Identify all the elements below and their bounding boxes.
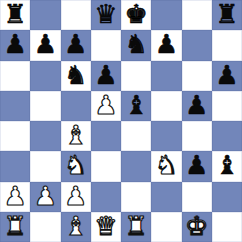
square-c5[interactable] xyxy=(61,91,91,121)
square-e5[interactable]: ♝ xyxy=(121,91,151,121)
square-c6[interactable]: ♞ xyxy=(61,61,91,91)
piece-black-pawn[interactable]: ♟ xyxy=(215,62,238,88)
piece-white-bishop[interactable]: ♝ xyxy=(64,213,87,239)
square-h3[interactable]: ♝ xyxy=(212,151,242,181)
piece-black-pawn[interactable]: ♟ xyxy=(3,31,26,57)
square-a1[interactable]: ♜ xyxy=(0,212,30,242)
square-a4[interactable] xyxy=(0,121,30,151)
square-e7[interactable]: ♞ xyxy=(121,30,151,60)
square-f3[interactable]: ♞ xyxy=(151,151,181,181)
square-f1[interactable] xyxy=(151,212,181,242)
square-b4[interactable] xyxy=(30,121,60,151)
square-e6[interactable] xyxy=(121,61,151,91)
square-c4[interactable]: ♝ xyxy=(61,121,91,151)
square-a8[interactable]: ♜ xyxy=(0,0,30,30)
square-e1[interactable]: ♜ xyxy=(121,212,151,242)
square-h4[interactable] xyxy=(212,121,242,151)
piece-black-knight[interactable]: ♞ xyxy=(124,31,147,57)
piece-white-bishop[interactable]: ♝ xyxy=(64,122,87,148)
square-h5[interactable] xyxy=(212,91,242,121)
piece-white-queen[interactable]: ♛ xyxy=(94,213,117,239)
square-d8[interactable]: ♛ xyxy=(91,0,121,30)
square-b1[interactable] xyxy=(30,212,60,242)
square-d6[interactable]: ♟ xyxy=(91,61,121,91)
piece-white-pawn[interactable]: ♟ xyxy=(3,183,26,209)
square-c7[interactable]: ♟ xyxy=(61,30,91,60)
square-e3[interactable] xyxy=(121,151,151,181)
square-d2[interactable] xyxy=(91,182,121,212)
square-b7[interactable]: ♟ xyxy=(30,30,60,60)
square-f4[interactable] xyxy=(151,121,181,151)
square-a2[interactable]: ♟ xyxy=(0,182,30,212)
piece-black-bishop[interactable]: ♝ xyxy=(215,152,238,178)
square-b2[interactable]: ♟ xyxy=(30,182,60,212)
square-c8[interactable] xyxy=(61,0,91,30)
piece-white-rook[interactable]: ♜ xyxy=(124,213,147,239)
square-c2[interactable]: ♟ xyxy=(61,182,91,212)
square-g6[interactable] xyxy=(182,61,212,91)
piece-black-knight[interactable]: ♞ xyxy=(64,62,87,88)
square-e8[interactable]: ♚ xyxy=(121,0,151,30)
square-g5[interactable]: ♟ xyxy=(182,91,212,121)
square-a3[interactable] xyxy=(0,151,30,181)
square-h1[interactable] xyxy=(212,212,242,242)
square-b8[interactable] xyxy=(30,0,60,30)
piece-black-rook[interactable]: ♜ xyxy=(3,1,26,27)
piece-black-pawn[interactable]: ♟ xyxy=(185,152,208,178)
piece-white-knight[interactable]: ♞ xyxy=(155,152,178,178)
square-d1[interactable]: ♛ xyxy=(91,212,121,242)
square-a5[interactable] xyxy=(0,91,30,121)
piece-white-knight[interactable]: ♞ xyxy=(64,152,87,178)
square-f7[interactable]: ♟ xyxy=(151,30,181,60)
square-e4[interactable] xyxy=(121,121,151,151)
square-a7[interactable]: ♟ xyxy=(0,30,30,60)
square-f5[interactable] xyxy=(151,91,181,121)
square-g7[interactable] xyxy=(182,30,212,60)
piece-white-pawn[interactable]: ♟ xyxy=(34,183,57,209)
square-f2[interactable] xyxy=(151,182,181,212)
piece-black-bishop[interactable]: ♝ xyxy=(124,92,147,118)
square-c3[interactable]: ♞ xyxy=(61,151,91,181)
square-b6[interactable] xyxy=(30,61,60,91)
square-g3[interactable]: ♟ xyxy=(182,151,212,181)
square-h8[interactable]: ♜ xyxy=(212,0,242,30)
square-g4[interactable] xyxy=(182,121,212,151)
square-h6[interactable]: ♟ xyxy=(212,61,242,91)
piece-white-pawn[interactable]: ♟ xyxy=(94,92,117,118)
piece-black-pawn[interactable]: ♟ xyxy=(185,92,208,118)
piece-black-king[interactable]: ♚ xyxy=(124,1,147,27)
square-d7[interactable] xyxy=(91,30,121,60)
square-b3[interactable] xyxy=(30,151,60,181)
square-h7[interactable] xyxy=(212,30,242,60)
square-a6[interactable] xyxy=(0,61,30,91)
square-d4[interactable] xyxy=(91,121,121,151)
piece-white-pawn[interactable]: ♟ xyxy=(64,183,87,209)
square-f8[interactable] xyxy=(151,0,181,30)
square-b5[interactable] xyxy=(30,91,60,121)
piece-black-pawn[interactable]: ♟ xyxy=(94,62,117,88)
piece-white-king[interactable]: ♚ xyxy=(185,213,208,239)
square-c1[interactable]: ♝ xyxy=(61,212,91,242)
square-g1[interactable]: ♚ xyxy=(182,212,212,242)
piece-black-queen[interactable]: ♛ xyxy=(94,1,117,27)
square-f6[interactable] xyxy=(151,61,181,91)
square-g2[interactable] xyxy=(182,182,212,212)
piece-black-pawn[interactable]: ♟ xyxy=(64,31,87,57)
square-g8[interactable] xyxy=(182,0,212,30)
square-d3[interactable] xyxy=(91,151,121,181)
chess-board: ♜♛♚♜♟♟♟♞♟♞♟♟♟♝♟♝♞♞♟♝♟♟♟♜♝♛♜♚ xyxy=(0,0,242,242)
square-e2[interactable] xyxy=(121,182,151,212)
piece-white-rook[interactable]: ♜ xyxy=(3,213,26,239)
piece-black-pawn[interactable]: ♟ xyxy=(155,31,178,57)
piece-black-rook[interactable]: ♜ xyxy=(215,1,238,27)
piece-black-pawn[interactable]: ♟ xyxy=(34,31,57,57)
square-d5[interactable]: ♟ xyxy=(91,91,121,121)
square-h2[interactable] xyxy=(212,182,242,212)
